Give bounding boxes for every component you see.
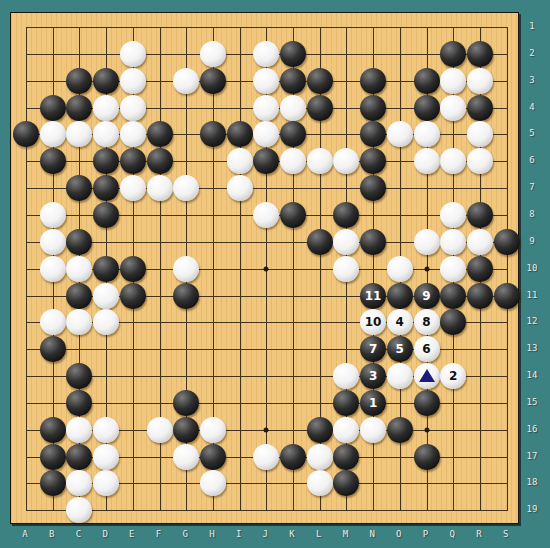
stone (253, 121, 279, 147)
numbered-stone-11: 11 (360, 283, 386, 309)
column-label-E: E (129, 530, 134, 539)
column-label-N: N (369, 530, 374, 539)
stone (280, 95, 306, 121)
stone (307, 95, 333, 121)
stone (93, 95, 119, 121)
stone (467, 95, 493, 121)
stone (360, 148, 386, 174)
numbered-stone-2: 2 (440, 363, 466, 389)
stone (440, 95, 466, 121)
stone (66, 363, 92, 389)
stone (40, 121, 66, 147)
grid-line-horizontal (26, 510, 508, 511)
column-label-K: K (289, 530, 294, 539)
stone (414, 444, 440, 470)
stone (360, 121, 386, 147)
stone (494, 283, 520, 309)
stone (360, 417, 386, 443)
stone (253, 41, 279, 67)
stone (333, 444, 359, 470)
stone (307, 229, 333, 255)
stone (333, 417, 359, 443)
stone (253, 148, 279, 174)
stone (173, 283, 199, 309)
stone (440, 229, 466, 255)
stone (414, 121, 440, 147)
stone (40, 470, 66, 496)
stone (40, 336, 66, 362)
stone (387, 363, 413, 389)
stone (66, 229, 92, 255)
column-label-M: M (343, 530, 348, 539)
move-number-label: 7 (369, 343, 377, 355)
stone (440, 41, 466, 67)
stone (40, 202, 66, 228)
stone (147, 121, 173, 147)
stone (253, 95, 279, 121)
stone (333, 229, 359, 255)
stone (147, 148, 173, 174)
stone (93, 121, 119, 147)
stone (200, 417, 226, 443)
stone (93, 283, 119, 309)
row-label-8: 8 (529, 209, 534, 218)
stone (440, 68, 466, 94)
row-label-6: 6 (529, 156, 534, 165)
star-point (424, 427, 429, 432)
stone (120, 121, 146, 147)
numbered-stone-8: 8 (414, 309, 440, 335)
stone (467, 283, 493, 309)
stone (120, 256, 146, 282)
move-number-label: 1 (369, 397, 377, 409)
stone (40, 309, 66, 335)
stone (307, 417, 333, 443)
stone (414, 95, 440, 121)
stone (387, 283, 413, 309)
triangle-mark-icon (419, 369, 435, 382)
stone (253, 68, 279, 94)
column-label-P: P (423, 530, 428, 539)
move-number-label: 6 (422, 343, 430, 355)
column-label-R: R (476, 530, 481, 539)
move-number-label: 3 (369, 370, 377, 382)
stone (360, 175, 386, 201)
row-label-3: 3 (529, 75, 534, 84)
stone (307, 444, 333, 470)
stone (66, 256, 92, 282)
stone (467, 121, 493, 147)
row-label-7: 7 (529, 183, 534, 192)
column-label-B: B (49, 530, 54, 539)
move-number-label: 8 (422, 316, 430, 328)
grid-line-vertical (507, 27, 508, 511)
stone (66, 95, 92, 121)
row-label-11: 11 (527, 290, 538, 299)
stone (333, 390, 359, 416)
star-point (264, 266, 269, 271)
stone (173, 390, 199, 416)
move-number-label: 11 (365, 290, 382, 302)
row-label-18: 18 (527, 478, 538, 487)
stone (333, 470, 359, 496)
stone (227, 148, 253, 174)
stone (280, 202, 306, 228)
stone (387, 121, 413, 147)
stone (440, 148, 466, 174)
numbered-stone-6: 6 (414, 336, 440, 362)
row-label-10: 10 (527, 263, 538, 272)
stone (414, 390, 440, 416)
stone (93, 148, 119, 174)
stone (360, 68, 386, 94)
stone (307, 470, 333, 496)
stone (200, 68, 226, 94)
numbered-stone-9: 9 (414, 283, 440, 309)
stone (467, 229, 493, 255)
column-label-S: S (503, 530, 508, 539)
stone (40, 148, 66, 174)
column-label-F: F (156, 530, 161, 539)
stone (440, 202, 466, 228)
stone (66, 68, 92, 94)
stone (13, 121, 39, 147)
row-label-2: 2 (529, 48, 534, 57)
stone (66, 470, 92, 496)
stone (440, 309, 466, 335)
stone (280, 41, 306, 67)
stone (173, 256, 199, 282)
stone (467, 41, 493, 67)
stone (40, 256, 66, 282)
stone (360, 229, 386, 255)
numbered-stone-10: 10 (360, 309, 386, 335)
stone (93, 68, 119, 94)
row-label-1: 1 (529, 22, 534, 31)
numbered-stone-7: 7 (360, 336, 386, 362)
row-label-12: 12 (527, 317, 538, 326)
stone (467, 68, 493, 94)
stone (333, 363, 359, 389)
stone (120, 41, 146, 67)
stone (280, 121, 306, 147)
stone (120, 283, 146, 309)
stone (333, 202, 359, 228)
column-label-Q: Q (449, 530, 454, 539)
row-label-13: 13 (527, 344, 538, 353)
stone (66, 497, 92, 523)
stone (227, 175, 253, 201)
row-label-4: 4 (529, 102, 534, 111)
numbered-stone-5: 5 (387, 336, 413, 362)
stone (40, 444, 66, 470)
stone (440, 256, 466, 282)
move-number-label: 2 (449, 370, 457, 382)
stone (467, 256, 493, 282)
stone (93, 256, 119, 282)
column-label-D: D (102, 530, 107, 539)
stone (93, 444, 119, 470)
stone (387, 256, 413, 282)
go-board[interactable]: 1191048756321 (10, 12, 519, 524)
row-label-9: 9 (529, 236, 534, 245)
column-label-J: J (263, 530, 268, 539)
stone (66, 283, 92, 309)
stone (467, 148, 493, 174)
stone (494, 229, 520, 255)
stone (120, 95, 146, 121)
column-label-L: L (316, 530, 321, 539)
stone (333, 256, 359, 282)
stone (200, 41, 226, 67)
stone (66, 309, 92, 335)
stone (467, 202, 493, 228)
stone (66, 444, 92, 470)
column-label-O: O (396, 530, 401, 539)
stone (253, 202, 279, 228)
stone (280, 148, 306, 174)
stone (414, 229, 440, 255)
stone (227, 121, 253, 147)
stone (280, 444, 306, 470)
stone (307, 68, 333, 94)
stone (307, 148, 333, 174)
move-number-label: 9 (422, 290, 430, 302)
stone (93, 202, 119, 228)
column-label-I: I (236, 530, 241, 539)
numbered-stone-3: 3 (360, 363, 386, 389)
stone (173, 444, 199, 470)
stone (173, 68, 199, 94)
stone (66, 121, 92, 147)
move-number-label: 10 (365, 316, 382, 328)
stone (66, 390, 92, 416)
column-label-G: G (182, 530, 187, 539)
stone (360, 95, 386, 121)
stone (253, 444, 279, 470)
stone (280, 68, 306, 94)
stone (440, 283, 466, 309)
star-point (424, 266, 429, 271)
stone (40, 229, 66, 255)
row-label-14: 14 (527, 371, 538, 380)
stone (93, 309, 119, 335)
stone (40, 95, 66, 121)
stone (93, 175, 119, 201)
stone (147, 417, 173, 443)
numbered-stone-4: 4 (387, 309, 413, 335)
stone (120, 175, 146, 201)
column-label-H: H (209, 530, 214, 539)
column-label-A: A (22, 530, 27, 539)
stone (173, 417, 199, 443)
row-label-16: 16 (527, 424, 538, 433)
triangle-marked-stone (414, 363, 440, 389)
move-number-label: 5 (396, 343, 404, 355)
stone (120, 68, 146, 94)
row-label-19: 19 (527, 505, 538, 514)
row-label-5: 5 (529, 129, 534, 138)
stone (66, 417, 92, 443)
stone (120, 148, 146, 174)
star-point (264, 427, 269, 432)
stone (40, 417, 66, 443)
stone (93, 417, 119, 443)
row-label-17: 17 (527, 451, 538, 460)
move-number-label: 4 (396, 316, 404, 328)
stone (414, 148, 440, 174)
stone (173, 175, 199, 201)
stone (93, 470, 119, 496)
stone (387, 417, 413, 443)
stone (333, 148, 359, 174)
stone (200, 444, 226, 470)
numbered-stone-1: 1 (360, 390, 386, 416)
stone (147, 175, 173, 201)
stone (66, 175, 92, 201)
row-label-15: 15 (527, 397, 538, 406)
stone (200, 121, 226, 147)
stone (200, 470, 226, 496)
column-label-C: C (76, 530, 81, 539)
stone (414, 68, 440, 94)
